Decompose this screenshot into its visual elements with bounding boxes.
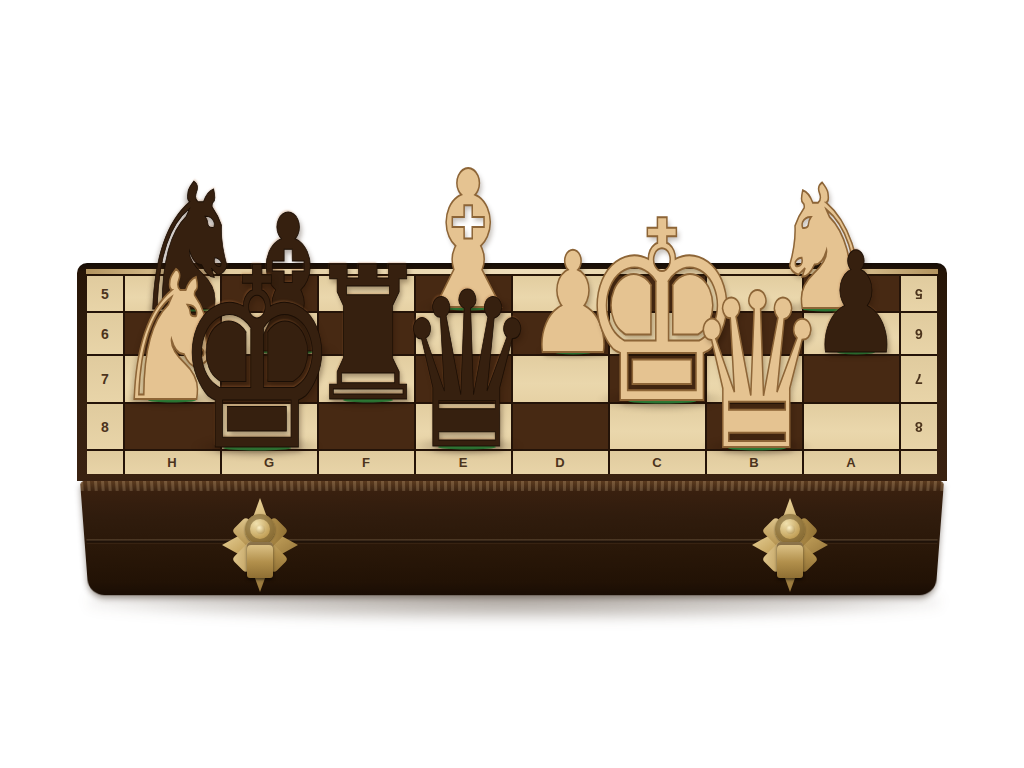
latch-hasp [247, 542, 273, 578]
rank-label-6-right-text: 6 [915, 327, 923, 341]
light-queen-glyph: ♛ [686, 247, 829, 498]
rank-label-5-left-text: 5 [101, 287, 109, 301]
rank-label-7-left-text: 7 [101, 372, 109, 386]
file-label-f-text: F [362, 456, 371, 469]
rank-label-5-right: 5 [901, 276, 937, 311]
file-label-a-text: A [846, 456, 856, 469]
rank-label-5-right-text: 5 [915, 287, 923, 301]
rank-label-8-right: 8 [901, 404, 937, 449]
rank-label-7-right-text: 7 [915, 372, 923, 386]
product-photo-scene: 55667788HGFEDCBA ♞♝♞♝♟♟♞♜♚♚♛♛ [0, 0, 1024, 768]
rank-label-8-left-text: 8 [101, 420, 109, 434]
rank-label-8-right-text: 8 [915, 420, 923, 434]
latch-pin [256, 525, 265, 534]
brass-latch-left[interactable] [220, 498, 300, 592]
file-label-d-text: D [555, 456, 565, 469]
dark-king-glyph: ♚ [174, 215, 340, 506]
latch-hasp [777, 542, 803, 578]
brass-latch-right[interactable] [750, 498, 830, 592]
rank-label-7-right: 7 [901, 356, 937, 402]
border-corner-front-right [901, 451, 937, 474]
rank-label-6-left-text: 6 [101, 327, 109, 341]
dark-queen-glyph: ♛ [396, 246, 539, 497]
border-corner-front-left [87, 451, 123, 474]
latch-pin [786, 525, 795, 534]
rank-label-6-right: 6 [901, 313, 937, 354]
pieces-layer: ♞♝♞♝♟♟♞♜♚♚♛♛ [0, 0, 1024, 768]
